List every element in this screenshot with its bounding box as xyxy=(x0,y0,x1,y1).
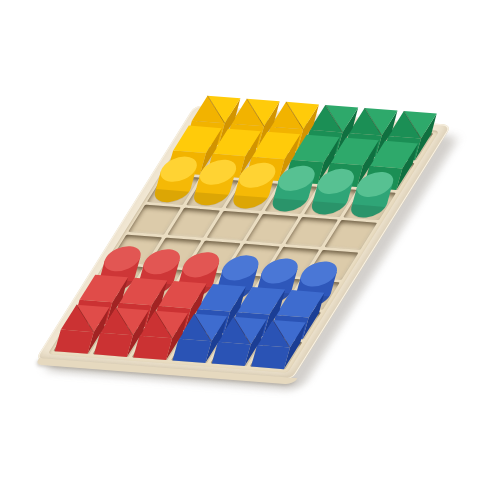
product-scene xyxy=(0,0,500,500)
